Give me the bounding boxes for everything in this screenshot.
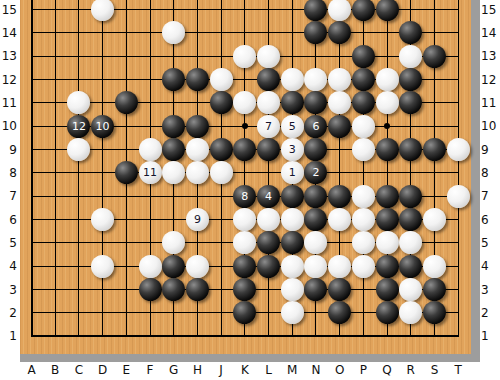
- row-label-right-15: 15: [481, 2, 500, 18]
- stone-black-J11: [210, 91, 233, 114]
- row-label-left-1: 1: [0, 328, 17, 344]
- col-label-D: D: [94, 362, 112, 378]
- stone-white-H6: 9: [186, 208, 209, 231]
- row-label-left-10: 10: [0, 118, 17, 134]
- col-label-E: E: [117, 362, 135, 378]
- stone-black-Q6: [376, 208, 399, 231]
- col-label-J: J: [212, 362, 230, 378]
- move-number-8: 8: [241, 191, 248, 202]
- col-label-Q: Q: [378, 362, 396, 378]
- stone-white-M6: [281, 208, 304, 231]
- go-board-screenshot: 121075631112849 ABCDEFGHJKLMNOPQRST15141…: [0, 0, 500, 380]
- col-label-B: B: [46, 362, 64, 378]
- row-label-right-3: 3: [481, 282, 500, 298]
- stone-white-H4: [186, 255, 209, 278]
- col-label-P: P: [354, 362, 372, 378]
- stone-black-Q9: [376, 138, 399, 161]
- stone-white-F9: [139, 138, 162, 161]
- grid-line-h-8: [31, 172, 460, 173]
- stone-white-P10: [352, 115, 375, 138]
- col-label-C: C: [70, 362, 88, 378]
- stone-white-D6: [91, 208, 114, 231]
- row-label-right-2: 2: [481, 305, 500, 321]
- grid-line-v-A: [31, 0, 33, 337]
- row-label-left-15: 15: [0, 2, 17, 18]
- hoshi-K10: [242, 123, 248, 129]
- row-label-right-1: 1: [481, 328, 500, 344]
- row-label-right-8: 8: [481, 165, 500, 181]
- move-number-2: 2: [312, 167, 319, 178]
- stone-white-R13: [399, 45, 422, 68]
- stone-white-J12: [210, 68, 233, 91]
- row-label-left-3: 3: [0, 282, 17, 298]
- row-label-right-14: 14: [481, 25, 500, 41]
- stone-black-S13: [423, 45, 446, 68]
- stone-black-D10: 10: [91, 115, 114, 138]
- col-label-K: K: [236, 362, 254, 378]
- row-label-left-8: 8: [0, 165, 17, 181]
- row-label-left-14: 14: [0, 25, 17, 41]
- stone-white-Q12: [376, 68, 399, 91]
- row-label-left-11: 11: [0, 95, 17, 111]
- stone-white-P7: [352, 185, 375, 208]
- row-label-right-9: 9: [481, 142, 500, 158]
- grid-line-v-D: [102, 0, 103, 337]
- grid-line-v-B: [55, 0, 56, 337]
- move-number-9: 9: [194, 214, 201, 225]
- col-label-A: A: [23, 362, 41, 378]
- stone-black-L7: 4: [257, 185, 280, 208]
- move-number-11: 11: [143, 167, 157, 178]
- row-label-left-12: 12: [0, 72, 17, 88]
- move-number-4: 4: [265, 191, 272, 202]
- stone-black-J9: [210, 138, 233, 161]
- row-label-right-7: 7: [481, 188, 500, 204]
- stone-white-S4: [423, 255, 446, 278]
- row-label-right-10: 10: [481, 118, 500, 134]
- stone-black-O7: [328, 185, 351, 208]
- move-number-10: 10: [96, 121, 110, 132]
- stone-white-Q11: [376, 91, 399, 114]
- col-label-G: G: [165, 362, 183, 378]
- stone-white-L10: 7: [257, 115, 280, 138]
- stone-white-P4: [352, 255, 375, 278]
- col-label-H: H: [188, 362, 206, 378]
- row-label-right-13: 13: [481, 48, 500, 64]
- row-label-left-4: 4: [0, 258, 17, 274]
- stone-black-Q7: [376, 185, 399, 208]
- stone-black-S3: [423, 278, 446, 301]
- move-number-6: 6: [312, 121, 319, 132]
- row-label-left-2: 2: [0, 305, 17, 321]
- stone-white-M10: 5: [281, 115, 304, 138]
- col-label-O: O: [331, 362, 349, 378]
- stone-white-P6: [352, 208, 375, 231]
- stone-black-P12: [352, 68, 375, 91]
- stone-white-K13: [233, 45, 256, 68]
- col-label-L: L: [260, 362, 278, 378]
- stone-black-C10: 12: [67, 115, 90, 138]
- stone-black-G10: [162, 115, 185, 138]
- stone-black-P13: [352, 45, 375, 68]
- row-label-right-6: 6: [481, 212, 500, 228]
- grid-line-h-1: [31, 335, 460, 337]
- move-number-3: 3: [289, 144, 296, 155]
- stone-white-H9: [186, 138, 209, 161]
- stone-white-T7: [447, 185, 470, 208]
- move-number-5: 5: [289, 121, 296, 132]
- stone-white-M8: 1: [281, 161, 304, 184]
- col-label-N: N: [307, 362, 325, 378]
- stone-black-Q3: [376, 278, 399, 301]
- row-label-right-4: 4: [481, 258, 500, 274]
- stone-black-R7: [399, 185, 422, 208]
- stone-white-M3: [281, 278, 304, 301]
- stone-white-S6: [423, 208, 446, 231]
- stone-black-F3: [139, 278, 162, 301]
- stone-white-L6: [257, 208, 280, 231]
- stone-white-D4: [91, 255, 114, 278]
- board-edge-shadow-right: [471, 0, 480, 362]
- col-label-M: M: [283, 362, 301, 378]
- stone-white-M4: [281, 255, 304, 278]
- stone-black-H3: [186, 278, 209, 301]
- row-label-left-13: 13: [0, 48, 17, 64]
- stone-black-L12: [257, 68, 280, 91]
- row-label-right-5: 5: [481, 235, 500, 251]
- stone-white-F8: 11: [139, 161, 162, 184]
- move-number-7: 7: [265, 121, 272, 132]
- stone-black-G4: [162, 255, 185, 278]
- col-label-T: T: [449, 362, 467, 378]
- board-edge-shadow-bottom: [20, 354, 480, 362]
- stone-black-Q15: [376, 0, 399, 21]
- stone-black-L9: [257, 138, 280, 161]
- stone-black-O10: [328, 115, 351, 138]
- grid-line-v-T: [458, 0, 459, 337]
- stone-black-E8: [115, 161, 138, 184]
- stone-white-T9: [447, 138, 470, 161]
- row-label-left-9: 9: [0, 142, 17, 158]
- col-label-S: S: [426, 362, 444, 378]
- stone-black-Q4: [376, 255, 399, 278]
- stone-black-M7: [281, 185, 304, 208]
- stone-black-L4: [257, 255, 280, 278]
- row-label-right-12: 12: [481, 72, 500, 88]
- stone-black-K7: 8: [233, 185, 256, 208]
- stone-white-Q5: [376, 231, 399, 254]
- stone-white-L13: [257, 45, 280, 68]
- stone-white-O4: [328, 255, 351, 278]
- stone-white-J8: [210, 161, 233, 184]
- stone-black-R4: [399, 255, 422, 278]
- stone-white-M12: [281, 68, 304, 91]
- grid-line-v-C: [78, 0, 79, 337]
- stone-black-M11: [281, 91, 304, 114]
- stone-black-E11: [115, 91, 138, 114]
- row-label-right-11: 11: [481, 95, 500, 111]
- stone-white-M9: 3: [281, 138, 304, 161]
- stone-black-S9: [423, 138, 446, 161]
- stone-black-H10: [186, 115, 209, 138]
- stone-white-M2: [281, 301, 304, 324]
- col-label-R: R: [402, 362, 420, 378]
- col-label-F: F: [141, 362, 159, 378]
- stone-black-N10: 6: [304, 115, 327, 138]
- row-label-left-7: 7: [0, 188, 17, 204]
- stone-white-F4: [139, 255, 162, 278]
- stone-black-M5: [281, 231, 304, 254]
- row-label-left-5: 5: [0, 235, 17, 251]
- stone-black-K4: [233, 255, 256, 278]
- move-number-1: 1: [289, 167, 296, 178]
- move-number-12: 12: [72, 121, 86, 132]
- grid-line-h-14: [31, 32, 460, 33]
- row-label-left-6: 6: [0, 212, 17, 228]
- stone-black-H12: [186, 68, 209, 91]
- stone-white-P9: [352, 138, 375, 161]
- stone-black-Q2: [376, 301, 399, 324]
